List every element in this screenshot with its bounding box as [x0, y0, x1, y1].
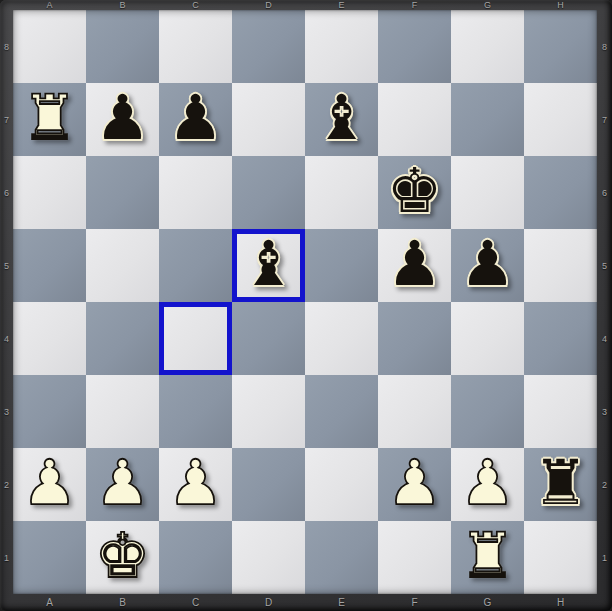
square-c5[interactable] [159, 229, 232, 302]
square-f5[interactable]: ♟ [378, 229, 451, 302]
square-h5[interactable] [524, 229, 597, 302]
square-g3[interactable] [451, 375, 524, 448]
piece-black-pawn[interactable]: ♟ [387, 227, 443, 300]
piece-white-king[interactable]: ♚ [95, 519, 151, 592]
square-b1[interactable]: ♚ [86, 521, 159, 594]
square-d7[interactable] [232, 83, 305, 156]
rank-labels-right: 87654321 [597, 10, 612, 594]
file-label-f: F [378, 0, 451, 10]
rank-label-6: 6 [597, 156, 612, 229]
square-f8[interactable] [378, 10, 451, 83]
rank-label-1: 1 [597, 521, 612, 594]
piece-white-pawn[interactable]: ♟ [387, 446, 443, 519]
square-b2[interactable]: ♟ [86, 448, 159, 521]
file-labels-bottom: ABCDEFGH [13, 594, 597, 611]
square-h2[interactable]: ♜ [524, 448, 597, 521]
rank-label-7: 7 [597, 83, 612, 156]
chess-board-window: ABCDEFGH ABCDEFGH 87654321 87654321 ♜♟♟♝… [0, 0, 612, 611]
square-d4[interactable] [232, 302, 305, 375]
file-label-b: B [86, 594, 159, 611]
rank-label-2: 2 [597, 448, 612, 521]
square-b7[interactable]: ♟ [86, 83, 159, 156]
piece-white-rook[interactable]: ♜ [460, 519, 516, 592]
file-label-e: E [305, 0, 378, 10]
rank-label-6: 6 [0, 156, 13, 229]
rank-label-4: 4 [0, 302, 13, 375]
file-label-g: G [451, 0, 524, 10]
square-d8[interactable] [232, 10, 305, 83]
piece-black-pawn[interactable]: ♟ [168, 81, 224, 154]
file-label-h: H [524, 594, 597, 611]
square-c6[interactable] [159, 156, 232, 229]
rank-label-1: 1 [0, 521, 13, 594]
square-b4[interactable] [86, 302, 159, 375]
file-label-f: F [378, 594, 451, 611]
square-h4[interactable] [524, 302, 597, 375]
chess-board: ♜♟♟♝♚♝♟♟♟♟♟♟♟♜♚♜ [13, 10, 597, 594]
square-g2[interactable]: ♟ [451, 448, 524, 521]
piece-white-pawn[interactable]: ♟ [95, 446, 151, 519]
file-label-g: G [451, 594, 524, 611]
square-g6[interactable] [451, 156, 524, 229]
square-f7[interactable] [378, 83, 451, 156]
square-d5[interactable]: ♝ [232, 229, 305, 302]
square-e2[interactable] [305, 448, 378, 521]
square-h7[interactable] [524, 83, 597, 156]
file-label-a: A [13, 0, 86, 10]
square-g5[interactable]: ♟ [451, 229, 524, 302]
piece-black-king[interactable]: ♚ [387, 154, 443, 227]
file-label-a: A [13, 594, 86, 611]
square-c2[interactable]: ♟ [159, 448, 232, 521]
file-label-h: H [524, 0, 597, 10]
square-d6[interactable] [232, 156, 305, 229]
square-a5[interactable] [13, 229, 86, 302]
piece-black-pawn[interactable]: ♟ [460, 227, 516, 300]
square-c8[interactable] [159, 10, 232, 83]
square-f2[interactable]: ♟ [378, 448, 451, 521]
square-e1[interactable] [305, 521, 378, 594]
square-e8[interactable] [305, 10, 378, 83]
rank-label-5: 5 [597, 229, 612, 302]
rank-label-8: 8 [597, 10, 612, 83]
square-a4[interactable] [13, 302, 86, 375]
piece-black-bishop[interactable]: ♝ [241, 227, 297, 300]
square-g1[interactable]: ♜ [451, 521, 524, 594]
square-b3[interactable] [86, 375, 159, 448]
square-g7[interactable] [451, 83, 524, 156]
square-f6[interactable]: ♚ [378, 156, 451, 229]
square-d2[interactable] [232, 448, 305, 521]
piece-white-pawn[interactable]: ♟ [460, 446, 516, 519]
square-a6[interactable] [13, 156, 86, 229]
square-g4[interactable] [451, 302, 524, 375]
square-a8[interactable] [13, 10, 86, 83]
file-label-d: D [232, 594, 305, 611]
square-d3[interactable] [232, 375, 305, 448]
square-c7[interactable]: ♟ [159, 83, 232, 156]
square-a3[interactable] [13, 375, 86, 448]
rank-label-3: 3 [0, 375, 13, 448]
square-f3[interactable] [378, 375, 451, 448]
square-e6[interactable] [305, 156, 378, 229]
rank-label-8: 8 [0, 10, 13, 83]
piece-white-rook[interactable]: ♜ [22, 81, 78, 154]
rank-labels-left: 87654321 [0, 10, 13, 594]
square-a7[interactable]: ♜ [13, 83, 86, 156]
square-e7[interactable]: ♝ [305, 83, 378, 156]
square-h8[interactable] [524, 10, 597, 83]
piece-black-pawn[interactable]: ♟ [95, 81, 151, 154]
square-h1[interactable] [524, 521, 597, 594]
file-labels-top: ABCDEFGH [13, 0, 597, 10]
square-b8[interactable] [86, 10, 159, 83]
square-b6[interactable] [86, 156, 159, 229]
square-b5[interactable] [86, 229, 159, 302]
file-label-d: D [232, 0, 305, 10]
square-e3[interactable] [305, 375, 378, 448]
rank-label-4: 4 [597, 302, 612, 375]
square-e5[interactable] [305, 229, 378, 302]
piece-black-bishop[interactable]: ♝ [314, 81, 370, 154]
piece-white-pawn[interactable]: ♟ [168, 446, 224, 519]
square-f4[interactable] [378, 302, 451, 375]
square-a2[interactable]: ♟ [13, 448, 86, 521]
rank-label-7: 7 [0, 83, 13, 156]
piece-white-pawn[interactable]: ♟ [22, 446, 78, 519]
file-label-e: E [305, 594, 378, 611]
square-h3[interactable] [524, 375, 597, 448]
square-a1[interactable] [13, 521, 86, 594]
square-g8[interactable] [451, 10, 524, 83]
square-h6[interactable] [524, 156, 597, 229]
file-label-c: C [159, 594, 232, 611]
square-d1[interactable] [232, 521, 305, 594]
file-label-b: B [86, 0, 159, 10]
rank-label-3: 3 [597, 375, 612, 448]
square-c1[interactable] [159, 521, 232, 594]
piece-black-rook[interactable]: ♜ [533, 446, 589, 519]
square-e4[interactable] [305, 302, 378, 375]
rank-label-2: 2 [0, 448, 13, 521]
square-c4[interactable] [159, 302, 232, 375]
square-f1[interactable] [378, 521, 451, 594]
rank-label-5: 5 [0, 229, 13, 302]
file-label-c: C [159, 0, 232, 10]
square-c3[interactable] [159, 375, 232, 448]
